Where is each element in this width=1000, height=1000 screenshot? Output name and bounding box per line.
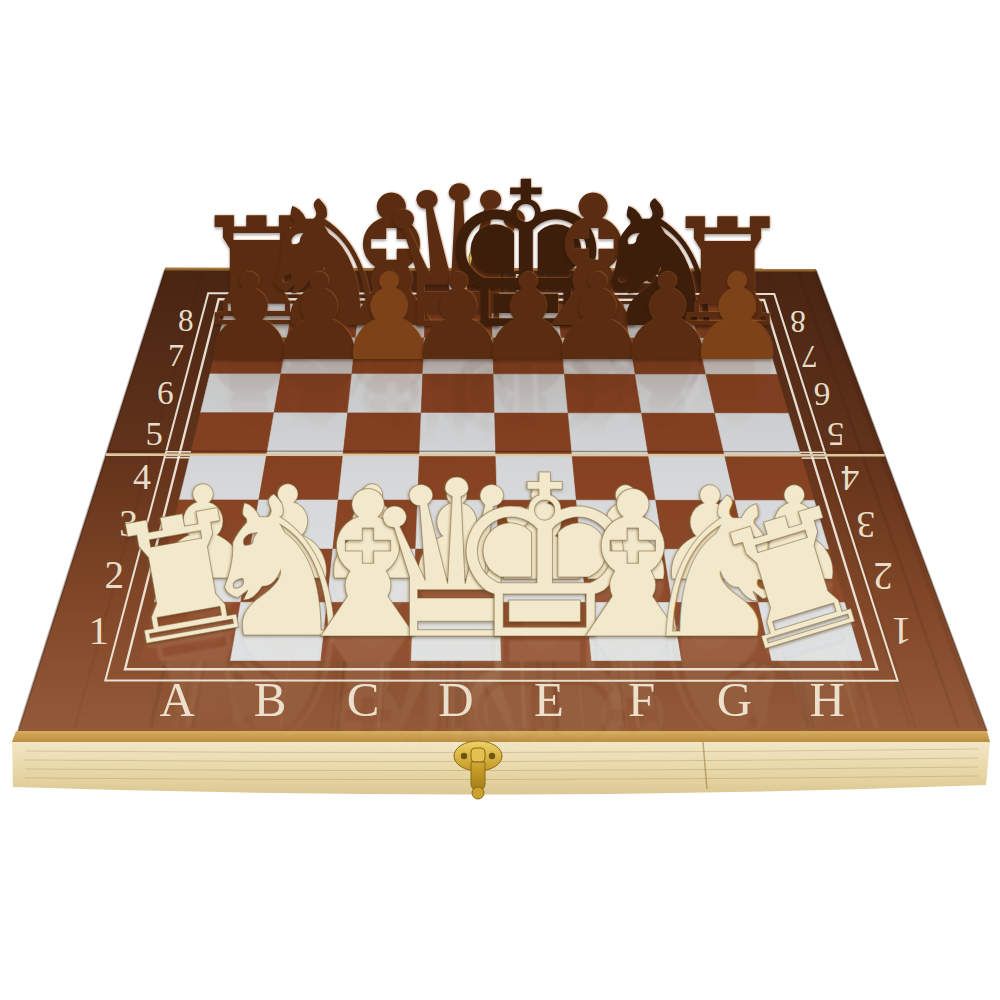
rank-label-right-1: 1: [891, 609, 911, 654]
clasp-screw-left: [461, 753, 467, 759]
file-label-bottom-a: A: [159, 672, 194, 727]
file-label-bottom-h: H: [809, 672, 844, 727]
square-h5[interactable]: [715, 413, 801, 455]
rank-label-right-5: 5: [827, 415, 844, 454]
product-photo-stage: AABBCCDDEEFFGGHH8877665544332211 ♜♜♞♞♝♝♛…: [0, 0, 1000, 1000]
board-edge-strip: [12, 731, 990, 742]
rank-label-right-3: 3: [857, 504, 876, 545]
rank-label-left-5: 5: [145, 414, 162, 453]
rank-label-left-1: 1: [88, 608, 108, 653]
clasp-screw-right: [489, 753, 495, 759]
rank-label-left-6: 6: [157, 374, 174, 411]
piece-black-pawn-h7[interactable]: ♟: [683, 258, 790, 377]
box-side-pine: [12, 741, 990, 795]
rank-label-left-7: 7: [168, 337, 184, 373]
rank-label-right-2: 2: [873, 555, 893, 598]
rank-label-right-7: 7: [802, 339, 818, 375]
clasp-ball: [472, 787, 484, 799]
rank-label-right-6: 6: [814, 376, 831, 413]
square-a5[interactable]: [190, 413, 274, 455]
clasp-post: [471, 748, 485, 762]
